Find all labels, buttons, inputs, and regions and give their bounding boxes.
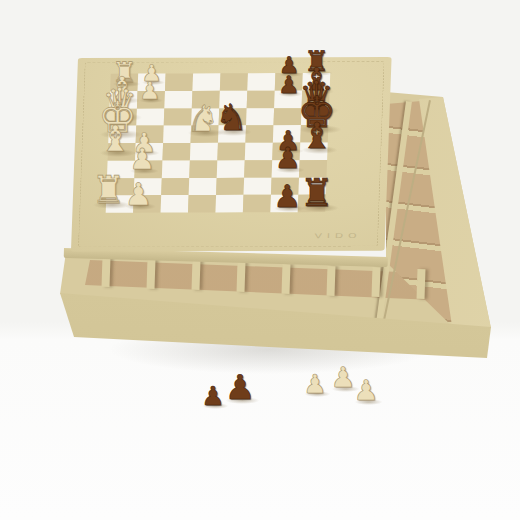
captured-pieces: ♟♟♟♟♟	[0, 0, 520, 520]
piece-glyph: ♟	[201, 383, 224, 409]
dark-pawn: ♟	[225, 370, 255, 404]
piece-glyph: ♟	[330, 364, 355, 392]
product-photo: VIDO ♜♟♟♜♝♟♟♝♛♛♚♞♞♚♝♟♟♝♟♟♜♟♟♜ ♟♟♟♟♟	[0, 0, 520, 520]
piece-glyph: ♟	[225, 370, 255, 404]
piece-glyph: ♟	[303, 371, 326, 397]
light-pawn: ♟	[353, 377, 378, 405]
piece-glyph: ♟	[353, 377, 378, 405]
dark-pawn: ♟	[201, 383, 224, 409]
light-pawn: ♟	[303, 371, 326, 397]
light-pawn: ♟	[330, 364, 355, 392]
